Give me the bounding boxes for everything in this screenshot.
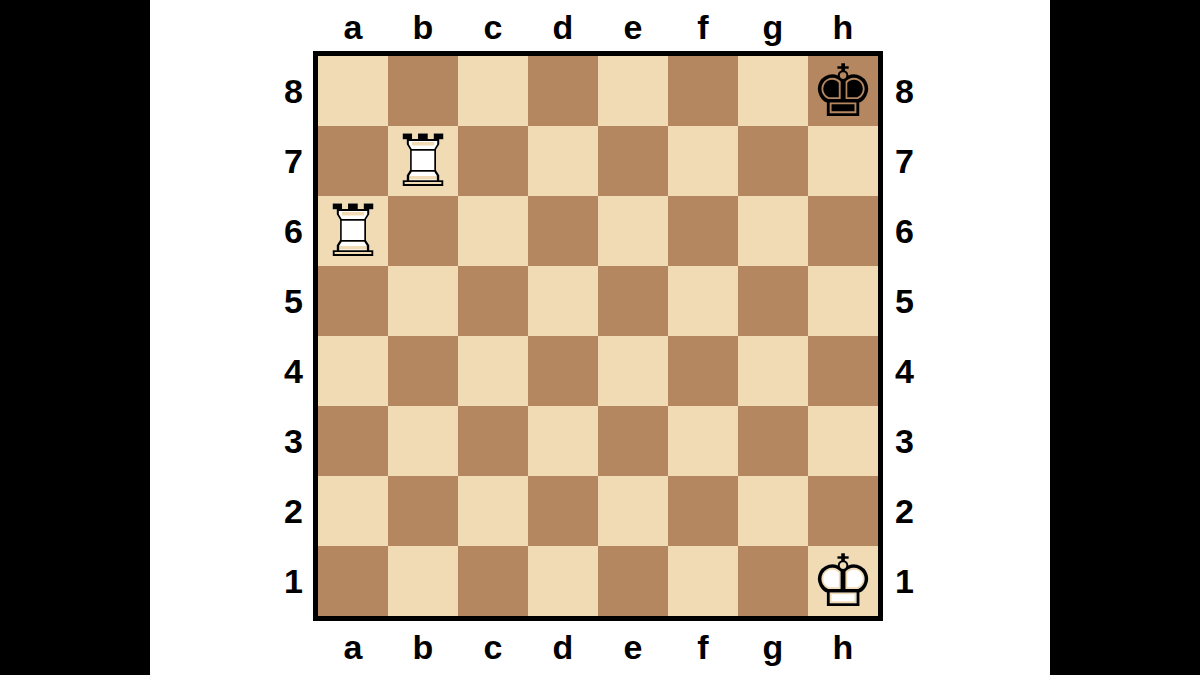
coord-label-h-top: h	[808, 5, 878, 49]
letterbox-right	[1050, 0, 1200, 675]
square-g3[interactable]	[738, 406, 808, 476]
coord-label-g-top: g	[738, 5, 808, 49]
file-labels-top: abcdefgh	[318, 5, 878, 49]
square-c7[interactable]	[458, 126, 528, 196]
coord-label-4-right: 4	[895, 336, 950, 406]
square-b8[interactable]	[388, 56, 458, 126]
square-a5[interactable]	[318, 266, 388, 336]
coord-label-f-top: f	[668, 5, 738, 49]
square-f1[interactable]	[668, 546, 738, 616]
square-a6[interactable]: ♜♖	[318, 196, 388, 266]
square-g8[interactable]	[738, 56, 808, 126]
coord-label-6-right: 6	[895, 196, 950, 266]
coord-label-7-right: 7	[895, 126, 950, 196]
square-e2[interactable]	[598, 476, 668, 546]
square-f7[interactable]	[668, 126, 738, 196]
square-b5[interactable]	[388, 266, 458, 336]
coord-label-2-right: 2	[895, 476, 950, 546]
square-c4[interactable]	[458, 336, 528, 406]
square-g4[interactable]	[738, 336, 808, 406]
letterbox-left	[0, 0, 150, 675]
square-f2[interactable]	[668, 476, 738, 546]
square-d6[interactable]	[528, 196, 598, 266]
coord-label-5-right: 5	[895, 266, 950, 336]
coord-label-2-left: 2	[248, 476, 303, 546]
square-f5[interactable]	[668, 266, 738, 336]
square-b3[interactable]	[388, 406, 458, 476]
coord-label-7-left: 7	[248, 126, 303, 196]
coord-label-c-bottom: c	[458, 625, 528, 669]
square-b4[interactable]	[388, 336, 458, 406]
coord-label-d-bottom: d	[528, 625, 598, 669]
white-king-fill: ♚	[808, 546, 878, 616]
square-e4[interactable]	[598, 336, 668, 406]
square-e1[interactable]	[598, 546, 668, 616]
square-c3[interactable]	[458, 406, 528, 476]
white-rook-piece: ♖	[388, 126, 458, 196]
square-e3[interactable]	[598, 406, 668, 476]
square-d5[interactable]	[528, 266, 598, 336]
square-d7[interactable]	[528, 126, 598, 196]
square-c5[interactable]	[458, 266, 528, 336]
square-e5[interactable]	[598, 266, 668, 336]
white-king-piece: ♔	[808, 546, 878, 616]
coord-label-c-top: c	[458, 5, 528, 49]
coord-label-b-bottom: b	[388, 625, 458, 669]
square-d3[interactable]	[528, 406, 598, 476]
square-d1[interactable]	[528, 546, 598, 616]
square-h8[interactable]: ♚	[808, 56, 878, 126]
coord-label-1-left: 1	[248, 546, 303, 616]
coord-label-1-right: 1	[895, 546, 950, 616]
coord-label-e-top: e	[598, 5, 668, 49]
coord-label-5-left: 5	[248, 266, 303, 336]
square-c1[interactable]	[458, 546, 528, 616]
coord-label-b-top: b	[388, 5, 458, 49]
square-g6[interactable]	[738, 196, 808, 266]
square-c8[interactable]	[458, 56, 528, 126]
square-f4[interactable]	[668, 336, 738, 406]
screenshot-canvas: abcdefgh 87654321 ♚♜♖♜♖♚♔ 87654321 abcde…	[0, 0, 1200, 675]
square-f6[interactable]	[668, 196, 738, 266]
square-e6[interactable]	[598, 196, 668, 266]
white-rook-piece: ♖	[318, 196, 388, 266]
coord-label-8-left: 8	[248, 56, 303, 126]
coord-label-3-left: 3	[248, 406, 303, 476]
square-d2[interactable]	[528, 476, 598, 546]
square-f3[interactable]	[668, 406, 738, 476]
square-e8[interactable]	[598, 56, 668, 126]
coord-label-g-bottom: g	[738, 625, 808, 669]
square-d4[interactable]	[528, 336, 598, 406]
square-d8[interactable]	[528, 56, 598, 126]
coord-label-f-bottom: f	[668, 625, 738, 669]
coord-label-d-top: d	[528, 5, 598, 49]
coord-label-e-bottom: e	[598, 625, 668, 669]
square-g5[interactable]	[738, 266, 808, 336]
square-b6[interactable]	[388, 196, 458, 266]
white-rook-fill: ♜	[388, 126, 458, 196]
square-e7[interactable]	[598, 126, 668, 196]
coord-label-4-left: 4	[248, 336, 303, 406]
square-a4[interactable]	[318, 336, 388, 406]
coord-label-6-left: 6	[248, 196, 303, 266]
square-b1[interactable]	[388, 546, 458, 616]
coord-label-8-right: 8	[895, 56, 950, 126]
square-a2[interactable]	[318, 476, 388, 546]
square-h2[interactable]	[808, 476, 878, 546]
square-b7[interactable]: ♜♖	[388, 126, 458, 196]
rank-labels-left: 87654321	[248, 56, 303, 616]
square-a7[interactable]	[318, 126, 388, 196]
square-c6[interactable]	[458, 196, 528, 266]
square-h1[interactable]: ♚♔	[808, 546, 878, 616]
square-h4[interactable]	[808, 336, 878, 406]
square-f8[interactable]	[668, 56, 738, 126]
coord-label-a-top: a	[318, 5, 388, 49]
square-a3[interactable]	[318, 406, 388, 476]
chess-board: ♚♜♖♜♖♚♔	[313, 51, 883, 621]
square-g1[interactable]	[738, 546, 808, 616]
square-c2[interactable]	[458, 476, 528, 546]
square-a1[interactable]	[318, 546, 388, 616]
rank-labels-right: 87654321	[895, 56, 950, 616]
square-g2[interactable]	[738, 476, 808, 546]
square-h7[interactable]	[808, 126, 878, 196]
chess-diagram: abcdefgh 87654321 ♚♜♖♜♖♚♔ 87654321 abcde…	[150, 0, 1050, 675]
square-h5[interactable]	[808, 266, 878, 336]
white-rook-fill: ♜	[318, 196, 388, 266]
coord-label-a-bottom: a	[318, 625, 388, 669]
coord-label-3-right: 3	[895, 406, 950, 476]
file-labels-bottom: abcdefgh	[318, 625, 878, 669]
square-h6[interactable]	[808, 196, 878, 266]
square-b2[interactable]	[388, 476, 458, 546]
square-h3[interactable]	[808, 406, 878, 476]
black-king-piece: ♚	[808, 56, 878, 126]
square-a8[interactable]	[318, 56, 388, 126]
square-g7[interactable]	[738, 126, 808, 196]
coord-label-h-bottom: h	[808, 625, 878, 669]
